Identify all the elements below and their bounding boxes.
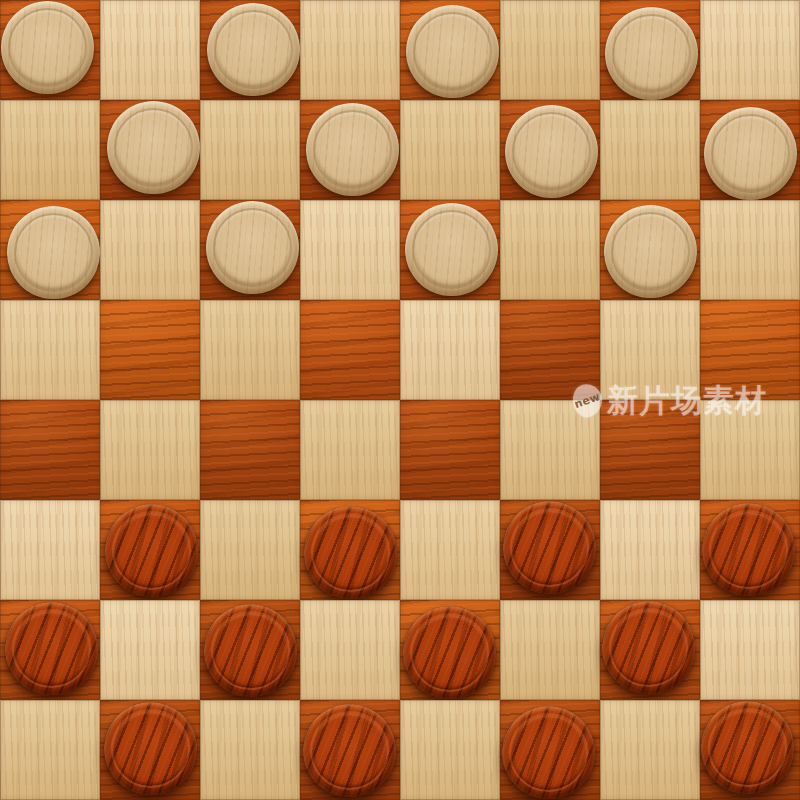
- cream-checker-glyph: ⛀: [406, 5, 499, 98]
- board-square[interactable]: ⛂: [500, 500, 600, 600]
- board-square[interactable]: [100, 0, 200, 100]
- board-square[interactable]: ⛀: [400, 200, 500, 300]
- cream-checker-glyph: ⛀: [405, 203, 498, 296]
- cream-piece[interactable]: ⛀: [207, 3, 300, 96]
- board-square[interactable]: ⛀: [200, 0, 300, 100]
- board-square[interactable]: ⛀: [100, 100, 200, 200]
- board-square[interactable]: [500, 0, 600, 100]
- cream-piece[interactable]: ⛀: [505, 105, 598, 198]
- board-square[interactable]: [200, 300, 300, 400]
- red-checker-glyph: ⛂: [701, 701, 794, 794]
- board-square[interactable]: [600, 100, 700, 200]
- board-square[interactable]: [700, 200, 800, 300]
- cream-checker-glyph: ⛀: [206, 201, 299, 294]
- red-checker-glyph: ⛂: [105, 504, 198, 597]
- red-piece[interactable]: ⛂: [702, 503, 795, 596]
- board-square[interactable]: ⛀: [300, 100, 400, 200]
- board-square[interactable]: [400, 300, 500, 400]
- board-square[interactable]: ⛂: [300, 500, 400, 600]
- cream-checker-glyph: ⛀: [604, 205, 697, 298]
- board-square[interactable]: [400, 500, 500, 600]
- red-piece[interactable]: ⛂: [303, 704, 396, 797]
- board-square[interactable]: [600, 300, 700, 400]
- board-square[interactable]: [100, 400, 200, 500]
- cream-piece[interactable]: ⛀: [604, 205, 697, 298]
- cream-checker-glyph: ⛀: [505, 105, 598, 198]
- board-square[interactable]: [200, 500, 300, 600]
- board-square[interactable]: ⛂: [300, 700, 400, 800]
- board-square[interactable]: [200, 400, 300, 500]
- red-piece[interactable]: ⛂: [503, 501, 596, 594]
- board-square[interactable]: [600, 400, 700, 500]
- red-checker-glyph: ⛂: [702, 503, 795, 596]
- board-square[interactable]: [700, 400, 800, 500]
- cream-piece[interactable]: ⛀: [7, 206, 100, 299]
- board-square[interactable]: [600, 500, 700, 600]
- cream-piece[interactable]: ⛀: [405, 203, 498, 296]
- cream-checker-glyph: ⛀: [7, 206, 100, 299]
- board-square[interactable]: [100, 200, 200, 300]
- board-square[interactable]: ⛂: [100, 500, 200, 600]
- red-checker-glyph: ⛂: [303, 704, 396, 797]
- board-square[interactable]: [0, 400, 100, 500]
- red-piece[interactable]: ⛂: [602, 601, 695, 694]
- board-square[interactable]: ⛂: [500, 700, 600, 800]
- red-checker-glyph: ⛂: [5, 602, 98, 695]
- board-square[interactable]: ⛀: [0, 0, 100, 100]
- red-checker-glyph: ⛂: [602, 601, 695, 694]
- board-square[interactable]: ⛀: [500, 100, 600, 200]
- board-square[interactable]: [0, 100, 100, 200]
- board-square[interactable]: [700, 0, 800, 100]
- board-square[interactable]: [100, 600, 200, 700]
- red-piece[interactable]: ⛂: [403, 606, 496, 699]
- board-square[interactable]: [500, 600, 600, 700]
- board-square[interactable]: [0, 300, 100, 400]
- cream-piece[interactable]: ⛀: [306, 103, 399, 196]
- cream-checker-glyph: ⛀: [605, 7, 698, 100]
- board-square[interactable]: [500, 400, 600, 500]
- board-square[interactable]: [400, 700, 500, 800]
- red-piece[interactable]: ⛂: [105, 504, 198, 597]
- board-square[interactable]: [400, 100, 500, 200]
- red-piece[interactable]: ⛂: [5, 602, 98, 695]
- board-square[interactable]: [100, 300, 200, 400]
- board-square[interactable]: ⛀: [700, 100, 800, 200]
- red-checker-glyph: ⛂: [503, 501, 596, 594]
- board-square[interactable]: [500, 200, 600, 300]
- board-square[interactable]: ⛂: [0, 600, 100, 700]
- board-square[interactable]: [300, 200, 400, 300]
- board-square[interactable]: [300, 0, 400, 100]
- board-square[interactable]: ⛀: [400, 0, 500, 100]
- board-square[interactable]: [400, 400, 500, 500]
- checkers-board: ⛀⛀⛀⛀⛀⛀⛀⛀⛀⛀⛀⛀⛂⛂⛂⛂⛂⛂⛂⛂⛂⛂⛂⛂: [0, 0, 800, 800]
- cream-checker-glyph: ⛀: [107, 101, 200, 194]
- red-checker-glyph: ⛂: [204, 604, 297, 697]
- cream-piece[interactable]: ⛀: [107, 101, 200, 194]
- red-checker-glyph: ⛂: [502, 706, 595, 799]
- cream-checker-glyph: ⛀: [207, 3, 300, 96]
- cream-piece[interactable]: ⛀: [704, 107, 797, 200]
- cream-piece[interactable]: ⛀: [605, 7, 698, 100]
- cream-checker-glyph: ⛀: [704, 107, 797, 200]
- board-square[interactable]: [300, 600, 400, 700]
- board-square[interactable]: [200, 100, 300, 200]
- board-square[interactable]: ⛀: [600, 0, 700, 100]
- board-square[interactable]: ⛀: [600, 200, 700, 300]
- red-piece[interactable]: ⛂: [701, 701, 794, 794]
- board-square[interactable]: ⛂: [700, 500, 800, 600]
- red-checker-glyph: ⛂: [104, 702, 197, 795]
- board-square[interactable]: [300, 300, 400, 400]
- red-checker-glyph: ⛂: [403, 606, 496, 699]
- red-checker-glyph: ⛂: [304, 506, 397, 599]
- board-square[interactable]: [300, 400, 400, 500]
- cream-checker-glyph: ⛀: [1, 1, 94, 94]
- board-square[interactable]: [200, 700, 300, 800]
- board-square[interactable]: ⛂: [200, 600, 300, 700]
- red-piece[interactable]: ⛂: [304, 506, 397, 599]
- board-square[interactable]: ⛂: [400, 600, 500, 700]
- red-piece[interactable]: ⛂: [502, 706, 595, 799]
- board-square[interactable]: [700, 300, 800, 400]
- red-piece[interactable]: ⛂: [104, 702, 197, 795]
- board-square[interactable]: ⛂: [700, 700, 800, 800]
- cream-piece[interactable]: ⛀: [1, 1, 94, 94]
- board-square[interactable]: ⛀: [200, 200, 300, 300]
- board-square[interactable]: ⛂: [600, 600, 700, 700]
- board-square[interactable]: ⛂: [100, 700, 200, 800]
- cream-checker-glyph: ⛀: [306, 103, 399, 196]
- cream-piece[interactable]: ⛀: [406, 5, 499, 98]
- board-square[interactable]: [500, 300, 600, 400]
- board-square[interactable]: [0, 700, 100, 800]
- board-square[interactable]: ⛀: [0, 200, 100, 300]
- board-square[interactable]: [0, 500, 100, 600]
- checkers-scene: ⛀⛀⛀⛀⛀⛀⛀⛀⛀⛀⛀⛀⛂⛂⛂⛂⛂⛂⛂⛂⛂⛂⛂⛂ new 新片场素材: [0, 0, 800, 800]
- board-square[interactable]: [700, 600, 800, 700]
- red-piece[interactable]: ⛂: [204, 604, 297, 697]
- board-square[interactable]: [600, 700, 700, 800]
- cream-piece[interactable]: ⛀: [206, 201, 299, 294]
